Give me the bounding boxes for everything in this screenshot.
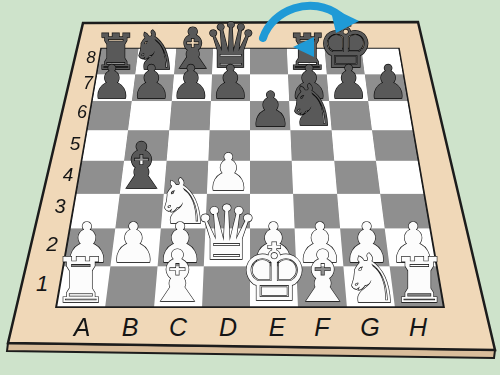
black-knight-f6[interactable]: ♞ — [286, 77, 337, 134]
file-label-G: G — [360, 315, 379, 340]
file-label-F: F — [314, 315, 329, 340]
square-f4[interactable] — [292, 161, 337, 194]
black-pawn-d7[interactable]: ♟ — [210, 59, 251, 105]
square-g5[interactable] — [331, 130, 376, 161]
file-label-A: A — [74, 315, 91, 340]
rank-label-1: 1 — [36, 273, 48, 295]
square-h4[interactable] — [376, 161, 424, 194]
square-c5[interactable] — [166, 130, 209, 161]
rank-label-6: 6 — [77, 103, 87, 121]
illustration-canvas: 12345678ABCDEFGH ♜♞♝♛♜♚♟♟♟♟♟♟♟♟♞♝♟♞♟♟♟♛♟… — [0, 0, 500, 375]
black-pawn-c7[interactable]: ♟ — [170, 59, 211, 105]
white-bishop-c1[interactable]: ♝ — [146, 241, 210, 312]
black-pawn-b7[interactable]: ♟ — [131, 59, 172, 105]
file-label-B: B — [122, 315, 139, 340]
file-label-E: E — [269, 315, 286, 340]
square-g4[interactable] — [334, 161, 380, 194]
file-label-H: H — [409, 315, 427, 340]
file-label-C: C — [169, 315, 187, 340]
file-label-D: D — [219, 315, 237, 340]
white-rook-h1[interactable]: ♜ — [392, 250, 448, 312]
rank-label-5: 5 — [70, 134, 81, 153]
square-e4[interactable] — [250, 161, 293, 194]
black-pawn-a7[interactable]: ♟ — [91, 59, 132, 105]
white-rook-a1[interactable]: ♜ — [53, 250, 109, 312]
black-pawn-h7[interactable]: ♟ — [368, 59, 409, 105]
square-h5[interactable] — [372, 130, 418, 161]
rank-label-4: 4 — [63, 165, 74, 184]
